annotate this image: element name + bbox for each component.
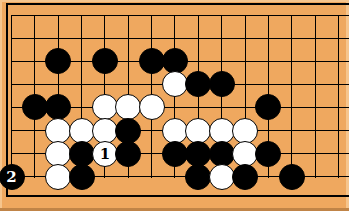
black-stone: [209, 71, 235, 97]
board-top-edge-highlight: [0, 0, 349, 2]
black-stone: [69, 141, 95, 167]
white-stone: [185, 118, 211, 144]
black-stone: [69, 164, 95, 190]
white-stone: [209, 164, 235, 190]
black-stone: [162, 48, 188, 74]
white-stone: [45, 164, 71, 190]
black-stone-move-2: 2: [0, 164, 25, 190]
board-border-top: [6, 3, 349, 5]
black-stone: [209, 141, 235, 167]
black-stone: [45, 94, 71, 120]
black-stone: [139, 48, 165, 74]
white-stone: [209, 118, 235, 144]
white-stone: [115, 94, 141, 120]
black-stone: [162, 141, 188, 167]
black-stone: [255, 94, 281, 120]
white-stone: [139, 94, 165, 120]
black-stone: [45, 48, 71, 74]
white-stone: [92, 118, 118, 144]
white-stone: [92, 94, 118, 120]
board-border-bottom: [6, 195, 349, 197]
white-stone: [45, 141, 71, 167]
black-stone: [185, 71, 211, 97]
white-stone-move-1: 1: [92, 141, 118, 167]
black-stone: [255, 141, 281, 167]
grid-line-horizontal: [11, 38, 349, 39]
black-stone: [92, 48, 118, 74]
board-bottom-edge-shadow: [0, 208, 349, 211]
white-stone: [45, 118, 71, 144]
black-stone: [115, 118, 141, 144]
white-stone: [162, 118, 188, 144]
black-stone: [115, 141, 141, 167]
grid-line-horizontal: [11, 15, 349, 16]
black-stone: [232, 164, 258, 190]
go-board-diagram: 12: [0, 0, 349, 211]
black-stone: [22, 94, 48, 120]
white-stone: [232, 118, 258, 144]
white-stone: [232, 141, 258, 167]
black-stone: [279, 164, 305, 190]
white-stone: [162, 71, 188, 97]
white-stone: [69, 118, 95, 144]
black-stone: [185, 141, 211, 167]
black-stone: [185, 164, 211, 190]
